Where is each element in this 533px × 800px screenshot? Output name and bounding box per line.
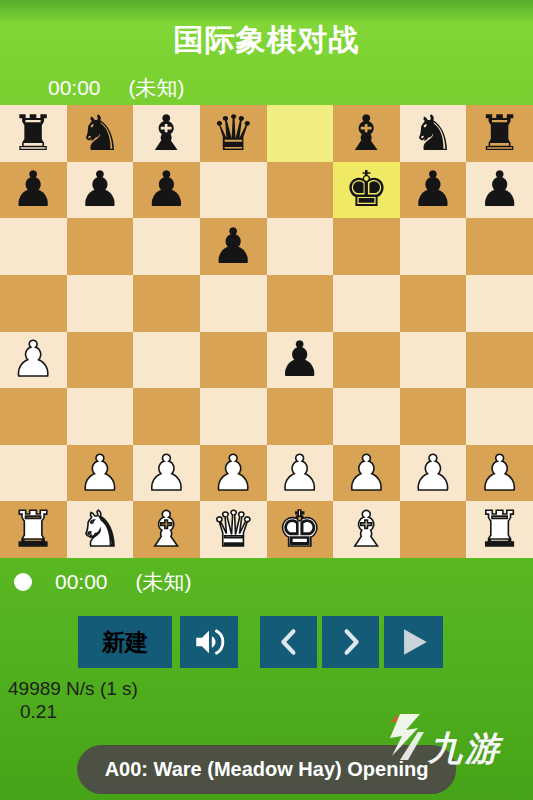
square-e6[interactable] [267,218,334,275]
square-g1[interactable] [400,501,467,558]
white-pawn-d2: ♟ [211,449,255,498]
white-pawn-h2: ♟ [478,449,522,498]
black-pawn-c7: ♟ [145,165,189,214]
square-e1[interactable]: ♚ [267,501,334,558]
square-a3[interactable] [0,388,67,445]
square-e4[interactable]: ♟ [267,332,334,389]
square-a7[interactable]: ♟ [0,162,67,219]
square-c1[interactable]: ♝ [133,501,200,558]
square-f3[interactable] [333,388,400,445]
square-h4[interactable] [466,332,533,389]
square-h2[interactable]: ♟ [466,445,533,502]
jiuyou-watermark-text: 九游 [428,726,502,772]
square-e7[interactable] [267,162,334,219]
square-d3[interactable] [200,388,267,445]
jiuyou-watermark: 九游 [384,714,502,772]
white-pawn-a4: ♟ [11,335,55,384]
square-g7[interactable]: ♟ [400,162,467,219]
page-title: 国际象棋对战 [0,20,533,61]
white-rook-a1: ♜ [11,505,55,554]
square-h5[interactable] [466,275,533,332]
white-king-e1: ♚ [278,505,322,554]
black-knight-b8: ♞ [78,109,122,158]
black-pawn-h7: ♟ [478,165,522,214]
square-e5[interactable] [267,275,334,332]
black-rook-h8: ♜ [478,109,522,158]
square-f1[interactable]: ♝ [333,501,400,558]
square-d7[interactable] [200,162,267,219]
white-turn-dot-icon [14,573,32,591]
square-b4[interactable] [67,332,134,389]
square-a5[interactable] [0,275,67,332]
square-c5[interactable] [133,275,200,332]
play-button[interactable] [384,616,443,668]
square-b7[interactable]: ♟ [67,162,134,219]
chess-board[interactable]: ♜♞♝♛♝♞♜♟♟♟♚♟♟♟♟♟♟♟♟♟♟♟♟♜♞♝♛♚♝♜ [0,105,533,558]
square-g5[interactable] [400,275,467,332]
square-c8[interactable]: ♝ [133,105,200,162]
new-game-button[interactable]: 新建 [78,616,172,668]
black-pawn-e4: ♟ [278,335,322,384]
square-b8[interactable]: ♞ [67,105,134,162]
black-pawn-d6: ♟ [211,222,255,271]
black-rook-a8: ♜ [11,109,55,158]
black-player-status: (未知) [129,74,185,102]
square-g8[interactable]: ♞ [400,105,467,162]
square-e3[interactable] [267,388,334,445]
square-h1[interactable]: ♜ [466,501,533,558]
white-bishop-c1: ♝ [145,505,189,554]
square-d5[interactable] [200,275,267,332]
square-h3[interactable] [466,388,533,445]
white-knight-b1: ♞ [78,505,122,554]
square-a1[interactable]: ♜ [0,501,67,558]
square-f2[interactable]: ♟ [333,445,400,502]
square-c3[interactable] [133,388,200,445]
white-pawn-b2: ♟ [78,449,122,498]
square-b3[interactable] [67,388,134,445]
square-b1[interactable]: ♞ [67,501,134,558]
square-e2[interactable]: ♟ [267,445,334,502]
square-d6[interactable]: ♟ [200,218,267,275]
jiuyou-logo-icon [384,714,426,772]
black-knight-g8: ♞ [411,109,455,158]
white-clock-row: 00:00 (未知) [14,568,192,596]
black-clock-time: 00:00 [48,76,101,100]
sound-button[interactable] [180,616,238,668]
square-c6[interactable] [133,218,200,275]
square-g3[interactable] [400,388,467,445]
square-d4[interactable] [200,332,267,389]
volume-up-icon [192,625,226,659]
white-rook-h1: ♜ [478,505,522,554]
square-g4[interactable] [400,332,467,389]
white-pawn-g2: ♟ [411,449,455,498]
white-pawn-c2: ♟ [145,449,189,498]
black-bishop-c8: ♝ [145,109,189,158]
black-bishop-f8: ♝ [344,109,388,158]
square-g6[interactable] [400,218,467,275]
engine-eval-text: 0.21 [20,701,57,723]
black-pawn-a7: ♟ [11,165,55,214]
square-f4[interactable] [333,332,400,389]
black-king-f7: ♚ [344,165,388,214]
white-player-status: (未知) [136,568,192,596]
square-g2[interactable]: ♟ [400,445,467,502]
square-b2[interactable]: ♟ [67,445,134,502]
square-c7[interactable]: ♟ [133,162,200,219]
chess-app: 国际象棋对战 00:00 (未知) ♜♞♝♛♝♞♜♟♟♟♚♟♟♟♟♟♟♟♟♟♟♟… [0,0,533,800]
chevron-left-icon [274,625,304,659]
square-f8[interactable]: ♝ [333,105,400,162]
square-h7[interactable]: ♟ [466,162,533,219]
white-queen-d1: ♛ [211,505,255,554]
square-c4[interactable] [133,332,200,389]
square-f6[interactable] [333,218,400,275]
square-h8[interactable]: ♜ [466,105,533,162]
white-bishop-f1: ♝ [344,505,388,554]
square-a2[interactable] [0,445,67,502]
square-a4[interactable]: ♟ [0,332,67,389]
square-f5[interactable] [333,275,400,332]
engine-speed-text: 49989 N/s (1 s) [8,678,138,700]
square-c2[interactable]: ♟ [133,445,200,502]
black-pawn-g7: ♟ [411,165,455,214]
square-b6[interactable] [67,218,134,275]
white-pawn-e2: ♟ [278,449,322,498]
white-pawn-f2: ♟ [344,449,388,498]
square-a8[interactable]: ♜ [0,105,67,162]
square-b5[interactable] [67,275,134,332]
square-h6[interactable] [466,218,533,275]
next-move-button[interactable] [322,616,379,668]
play-icon [397,625,431,659]
square-f7[interactable]: ♚ [333,162,400,219]
chevron-right-icon [336,625,366,659]
square-d1[interactable]: ♛ [200,501,267,558]
black-pawn-b7: ♟ [78,165,122,214]
square-d8[interactable]: ♛ [200,105,267,162]
black-clock-row: 00:00 (未知) [48,74,185,102]
previous-move-button[interactable] [260,616,317,668]
opening-name-text: A00: Ware (Meadow Hay) Opening [105,758,429,780]
black-queen-d8: ♛ [211,109,255,158]
white-clock-time: 00:00 [55,570,108,594]
square-a6[interactable] [0,218,67,275]
square-e8[interactable] [267,105,334,162]
square-d2[interactable]: ♟ [200,445,267,502]
